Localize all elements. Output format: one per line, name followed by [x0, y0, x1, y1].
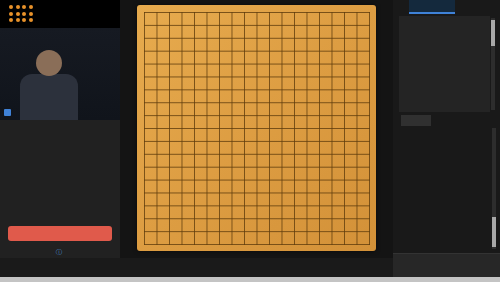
tab-board[interactable] [409, 0, 455, 14]
teacher-head [36, 50, 62, 76]
goban[interactable] [137, 5, 376, 251]
teacher-silhouette [20, 74, 78, 120]
right-panel [393, 0, 500, 277]
chat-message-list [399, 129, 491, 250]
teacher-video [0, 28, 120, 120]
end-class-button[interactable] [8, 226, 112, 241]
chat-filter-dropdown[interactable] [401, 115, 431, 126]
chat-input[interactable] [393, 253, 500, 277]
chat-scrollbar[interactable] [492, 128, 496, 249]
goban-grid[interactable] [144, 12, 370, 245]
lesson-scrollbar[interactable] [491, 18, 495, 110]
board-coordinates-right [379, 6, 392, 251]
left-panel: ⓘ [0, 120, 120, 258]
info-icon: ⓘ [56, 248, 63, 256]
lesson-points [399, 16, 490, 112]
app-window: ⓘ [0, 0, 500, 282]
logo-bar [0, 0, 120, 28]
logo-dots-icon [9, 5, 34, 23]
bottom-toolbar [0, 258, 393, 278]
classroom-help-link[interactable]: ⓘ [0, 248, 120, 257]
tab-announcement[interactable] [455, 0, 500, 14]
bottom-edge-strip [0, 277, 500, 282]
audio-indicator-icon [4, 109, 11, 116]
board-coordinates-left [121, 6, 134, 251]
panel-tabs [393, 0, 500, 14]
playlist-item-empty-board[interactable] [0, 120, 120, 126]
